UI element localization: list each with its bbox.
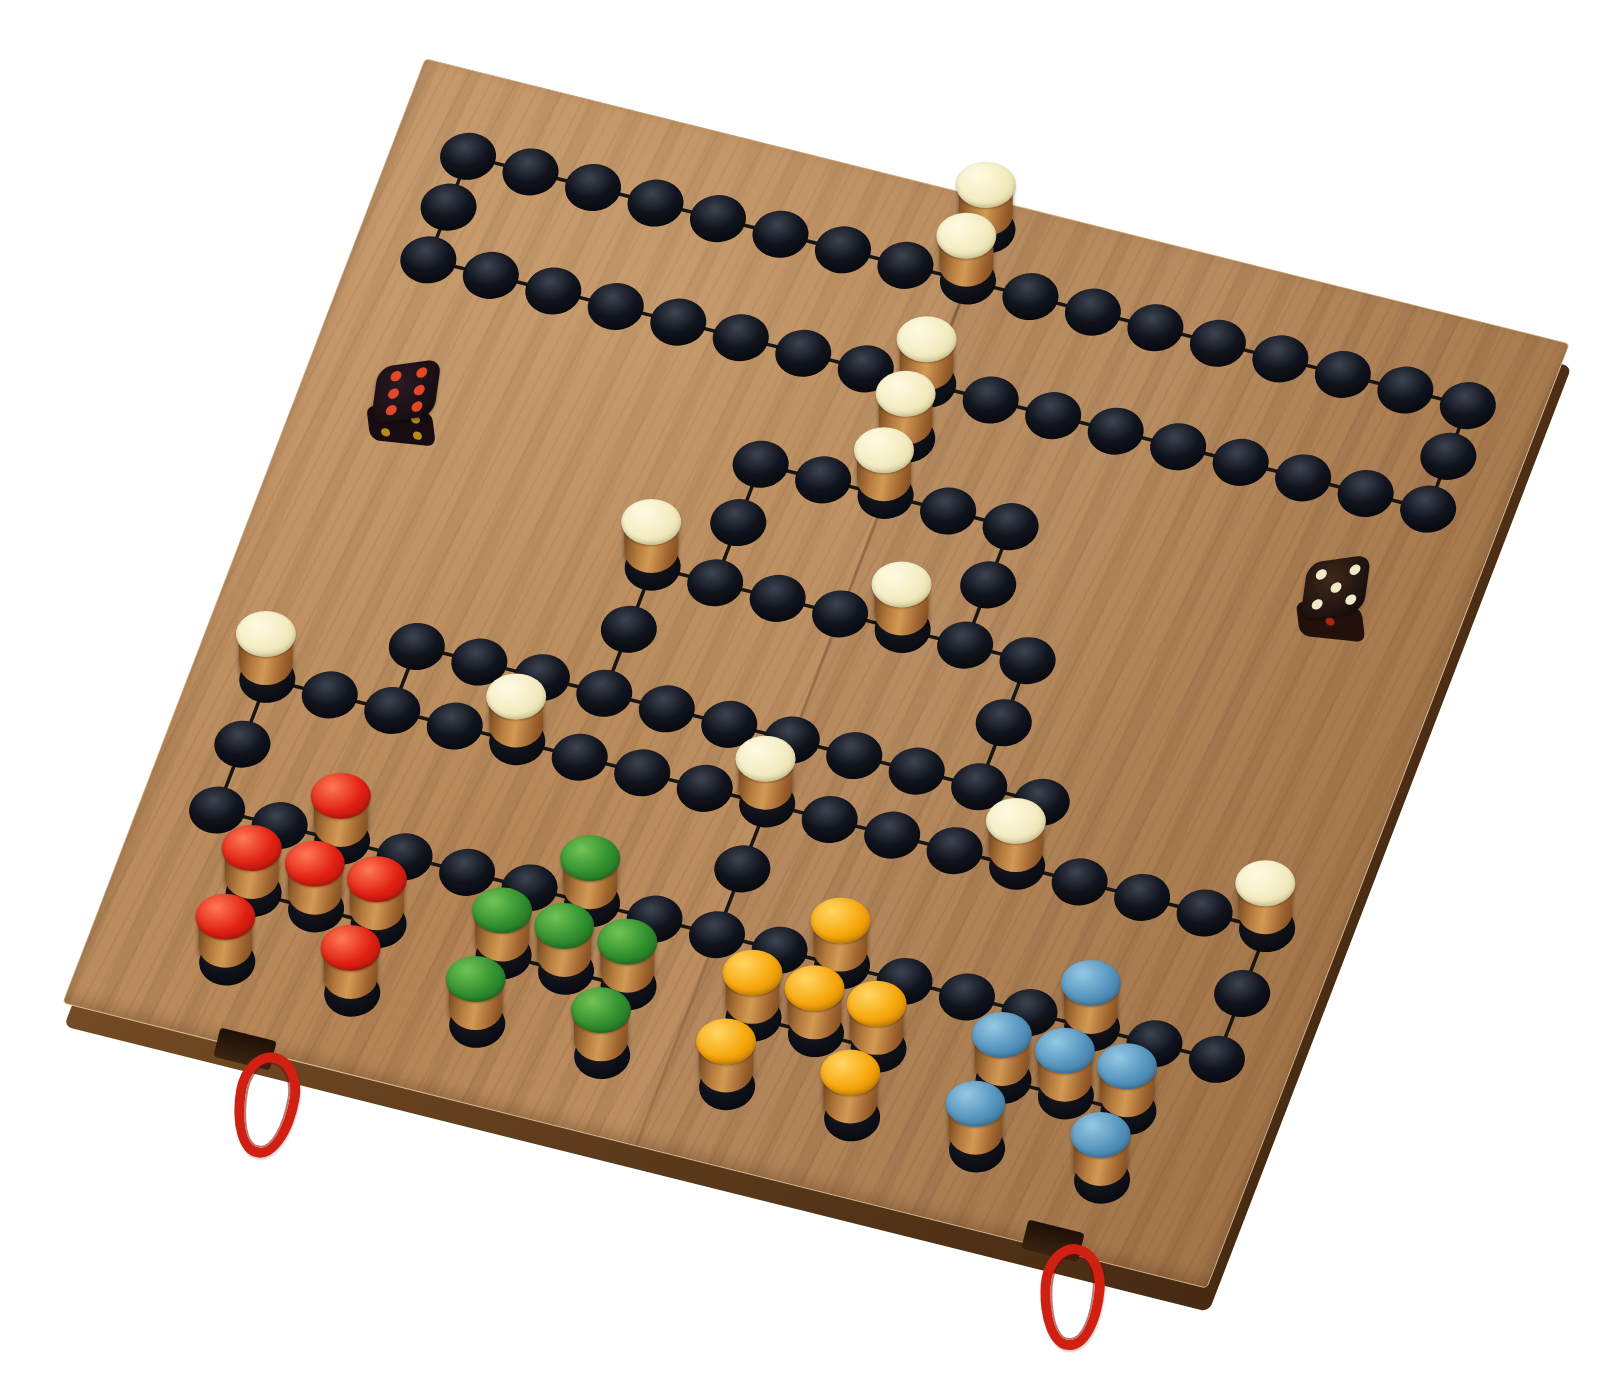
peg-blue-r14c14[interactable] xyxy=(972,1012,1032,1090)
scene xyxy=(0,0,1600,1383)
hole-r4c5[interactable] xyxy=(643,293,714,351)
hole-r11c6[interactable] xyxy=(544,728,615,786)
peg-top xyxy=(347,856,407,902)
hole-r7c7[interactable] xyxy=(703,493,774,551)
peg-top xyxy=(936,213,996,259)
peg-blue-r14c16[interactable] xyxy=(1097,1043,1157,1121)
hole-r4c17[interactable] xyxy=(1393,480,1464,538)
peg-orange-r14c11[interactable] xyxy=(785,965,845,1043)
hole-r2c15[interactable] xyxy=(1308,345,1379,403)
hole-r2c6[interactable] xyxy=(745,205,816,263)
hole-r12c1[interactable] xyxy=(207,715,278,773)
hole-r2c10[interactable] xyxy=(995,267,1066,325)
hole-r8c12[interactable] xyxy=(992,631,1063,689)
hole-r11c11[interactable] xyxy=(857,806,928,864)
hole-r11c8[interactable] xyxy=(669,759,740,817)
hole-r11c10[interactable] xyxy=(794,790,865,848)
hole-r3c17[interactable] xyxy=(1413,427,1484,485)
hole-r4c1[interactable] xyxy=(393,231,464,289)
peg-top xyxy=(1034,1028,1094,1074)
peg-white-r8c6[interactable] xyxy=(621,499,681,577)
peg-blue-r13c15[interactable] xyxy=(1060,960,1120,1038)
hole-r2c12[interactable] xyxy=(1120,298,1191,356)
hole-r10c11[interactable] xyxy=(881,742,952,800)
hole-r9c6[interactable] xyxy=(593,600,664,658)
hole-r10c6[interactable] xyxy=(569,664,640,722)
peg-top xyxy=(956,162,1016,208)
peg-top xyxy=(236,611,296,657)
hole-r11c12[interactable] xyxy=(919,821,990,879)
peg-green-r15c8[interactable] xyxy=(571,987,631,1065)
peg-red-r14c2[interactable] xyxy=(222,825,282,903)
peg-green-r14c6[interactable] xyxy=(472,887,532,965)
hole-r8c9[interactable] xyxy=(805,585,876,643)
peg-white-r8c10[interactable] xyxy=(871,561,931,639)
peg-top xyxy=(785,965,845,1011)
peg-top xyxy=(972,1012,1032,1058)
hole-r10c3[interactable] xyxy=(381,617,452,675)
hole-r11c4[interactable] xyxy=(419,697,490,755)
hole-r4c4[interactable] xyxy=(580,277,651,335)
hole-r2c5[interactable] xyxy=(683,189,754,247)
hole-r6c8[interactable] xyxy=(788,451,859,509)
peg-top xyxy=(472,887,532,933)
peg-top xyxy=(897,316,957,362)
hole-r4c2[interactable] xyxy=(455,246,526,304)
hole-r2c16[interactable] xyxy=(1370,361,1441,419)
peg-top xyxy=(854,427,914,473)
hole-r2c11[interactable] xyxy=(1058,283,1129,341)
hole-r2c4[interactable] xyxy=(620,174,691,232)
hole-r11c7[interactable] xyxy=(607,744,678,802)
hole-r2c7[interactable] xyxy=(808,221,879,279)
hole-r4c10[interactable] xyxy=(955,371,1026,429)
hole-r4c6[interactable] xyxy=(705,308,776,366)
peg-top xyxy=(285,841,345,887)
hole-r4c16[interactable] xyxy=(1330,464,1401,522)
peg-white-r11c13[interactable] xyxy=(986,798,1046,876)
peg-top xyxy=(311,773,371,819)
peg-top xyxy=(871,561,931,607)
peg-top xyxy=(696,1018,756,1064)
hole-r6c7[interactable] xyxy=(725,435,796,493)
peg-orange-r14c10[interactable] xyxy=(722,950,782,1028)
peg-white-r11c9[interactable] xyxy=(736,736,796,814)
peg-red-r15c2[interactable] xyxy=(196,894,256,972)
peg-green-r14c7[interactable] xyxy=(535,903,595,981)
hole-r10c7[interactable] xyxy=(631,680,702,738)
peg-white-r2c9[interactable] xyxy=(936,213,996,291)
hole-r8c8[interactable] xyxy=(742,569,813,627)
hole-r11c14[interactable] xyxy=(1044,853,1115,911)
hole-r11c16[interactable] xyxy=(1169,884,1240,942)
hole-r2c8[interactable] xyxy=(870,236,941,294)
hole-r8c7[interactable] xyxy=(680,554,751,612)
left-die[interactable] xyxy=(365,361,453,449)
peg-top xyxy=(486,673,546,719)
peg-top xyxy=(1060,960,1120,1006)
peg-top xyxy=(986,798,1046,844)
peg-blue-r15c14[interactable] xyxy=(946,1081,1006,1159)
right-die[interactable] xyxy=(1295,557,1383,645)
die-top-face xyxy=(1300,554,1371,620)
hole-r4c15[interactable] xyxy=(1268,449,1339,507)
peg-green-r15c6[interactable] xyxy=(446,956,506,1034)
peg-top xyxy=(597,919,657,965)
hole-r11c15[interactable] xyxy=(1107,868,1178,926)
hole-r10c10[interactable] xyxy=(819,726,890,784)
hole-r2c13[interactable] xyxy=(1183,314,1254,372)
peg-top xyxy=(571,987,631,1033)
peg-top xyxy=(621,499,681,545)
hole-r12c9[interactable] xyxy=(707,840,778,898)
peg-top xyxy=(722,950,782,996)
hole-r4c12[interactable] xyxy=(1080,402,1151,460)
hole-r4c7[interactable] xyxy=(768,324,839,382)
die-top-face xyxy=(370,359,441,425)
hole-r2c14[interactable] xyxy=(1245,330,1316,388)
hole-r4c11[interactable] xyxy=(1018,386,1089,444)
peg-orange-r15c12[interactable] xyxy=(821,1050,881,1128)
hole-r13c17[interactable] xyxy=(1182,1030,1253,1088)
peg-white-r11c5[interactable] xyxy=(486,673,546,751)
peg-blue-r15c16[interactable] xyxy=(1071,1112,1131,1190)
hole-r2c2[interactable] xyxy=(495,143,566,201)
hole-r2c3[interactable] xyxy=(558,158,629,216)
hole-r4c3[interactable] xyxy=(518,262,589,320)
peg-top xyxy=(321,925,381,971)
hole-r9c12[interactable] xyxy=(968,694,1039,752)
peg-top xyxy=(446,956,506,1002)
peg-red-r15c4[interactable] xyxy=(321,925,381,1003)
peg-green-r13c7[interactable] xyxy=(561,835,621,913)
peg-white-r11c17[interactable] xyxy=(1236,860,1296,938)
peg-top xyxy=(946,1081,1006,1127)
hole-r12c17[interactable] xyxy=(1207,964,1278,1022)
peg-orange-r14c12[interactable] xyxy=(847,981,907,1059)
hole-r2c1[interactable] xyxy=(433,127,504,185)
peg-white-r6c9[interactable] xyxy=(854,427,914,505)
peg-red-r13c3[interactable] xyxy=(311,773,371,851)
peg-white-r11c1[interactable] xyxy=(236,611,296,689)
peg-red-r14c3[interactable] xyxy=(285,841,345,919)
peg-blue-r14c15[interactable] xyxy=(1034,1028,1094,1106)
hole-r8c11[interactable] xyxy=(930,616,1001,674)
hole-r11c3[interactable] xyxy=(357,681,428,739)
hole-r4c13[interactable] xyxy=(1143,418,1214,476)
peg-top xyxy=(1071,1112,1131,1158)
hole-r6c11[interactable] xyxy=(975,497,1046,555)
hole-r3c1[interactable] xyxy=(413,178,484,236)
peg-top xyxy=(1097,1043,1157,1089)
peg-orange-r15c10[interactable] xyxy=(696,1018,756,1096)
peg-orange-r13c11[interactable] xyxy=(811,898,871,976)
hole-r4c14[interactable] xyxy=(1205,433,1276,491)
peg-red-r14c4[interactable] xyxy=(347,856,407,934)
hole-r6c10[interactable] xyxy=(913,482,984,540)
peg-green-r14c8[interactable] xyxy=(597,919,657,997)
peg-top xyxy=(736,736,796,782)
hole-r7c11[interactable] xyxy=(953,556,1024,614)
peg-top xyxy=(876,371,936,417)
hole-r11c2[interactable] xyxy=(294,666,365,724)
hole-r2c17[interactable] xyxy=(1432,376,1503,434)
peg-top xyxy=(811,898,871,944)
